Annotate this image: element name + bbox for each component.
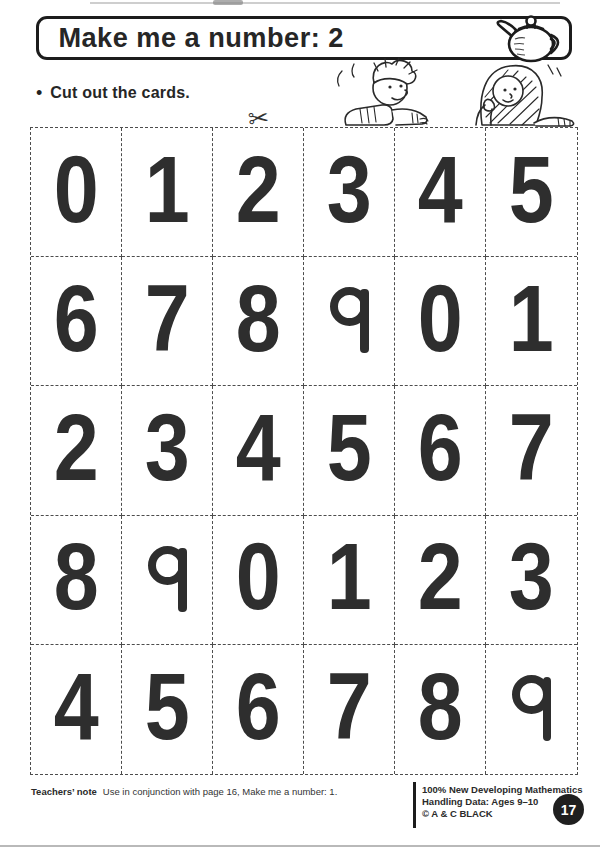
digit-glyph: 5 [509, 143, 554, 237]
digit-glyph: 0 [418, 272, 463, 366]
teachers-note-label: Teachers’ note [31, 786, 97, 797]
number-card-r5c6 [486, 645, 577, 774]
number-card-r3c5: 6 [395, 386, 486, 515]
title-bar: Make me a number: 2 [36, 16, 572, 60]
digit-glyph: 7 [509, 401, 554, 495]
number-card-r5c5: 8 [395, 645, 486, 774]
page-number-badge: 17 [553, 794, 584, 825]
imprint-divider-bar [413, 782, 416, 828]
digit-9-glyph [330, 287, 369, 353]
number-card-r3c2: 3 [122, 386, 213, 515]
number-card-r4c6: 3 [486, 516, 577, 645]
number-card-r3c6: 7 [486, 386, 577, 515]
children-illustration [286, 57, 582, 130]
imprint-series: 100% New Developing Mathematics [422, 784, 583, 796]
number-card-r1c1: 0 [31, 128, 122, 257]
worksheet-page: Make me a number: 2 • Cut out the cards.… [0, 0, 600, 850]
digit-glyph: 8 [236, 272, 281, 366]
digit-glyph: 7 [327, 660, 372, 754]
number-card-r2c6: 1 [486, 257, 577, 386]
number-card-r1c3: 2 [213, 128, 304, 257]
number-card-r1c5: 4 [395, 128, 486, 257]
number-card-r3c4: 5 [304, 386, 395, 515]
digit-glyph: 6 [418, 401, 463, 495]
digit-glyph: 0 [236, 530, 281, 624]
teachers-note: Teachers’ noteUse in conjunction with pa… [31, 786, 337, 797]
page-number: 17 [561, 802, 577, 818]
digit-glyph: 7 [145, 272, 190, 366]
digit-glyph: 4 [418, 143, 463, 237]
number-card-r4c3: 0 [213, 516, 304, 645]
digit-glyph: 0 [54, 143, 99, 237]
number-card-r4c1: 8 [31, 516, 122, 645]
number-card-r5c3: 6 [213, 645, 304, 774]
digit-glyph: 1 [327, 530, 372, 624]
digit-glyph: 2 [236, 143, 281, 237]
digit-glyph: 2 [418, 530, 463, 624]
number-card-r1c6: 5 [486, 128, 577, 257]
digit-glyph: 5 [145, 660, 190, 754]
digit-glyph: 6 [236, 660, 281, 754]
scan-artifact [90, 2, 560, 4]
page-title: Make me a number: 2 [39, 22, 344, 54]
number-card-r2c2: 7 [122, 257, 213, 386]
digit-glyph: 3 [327, 143, 372, 237]
digit-glyph: 3 [509, 530, 554, 624]
digit-glyph: 6 [54, 272, 99, 366]
bullet-dot: • [36, 84, 42, 102]
number-card-r3c3: 4 [213, 386, 304, 515]
instruction-text: Cut out the cards. [50, 84, 190, 102]
digit-glyph: 1 [509, 272, 554, 366]
number-card-r3c1: 2 [31, 386, 122, 515]
number-card-r5c2: 5 [122, 645, 213, 774]
number-card-r2c5: 0 [395, 257, 486, 386]
digit-glyph: 8 [54, 530, 99, 624]
number-card-r4c5: 2 [395, 516, 486, 645]
cards-grid: 012345678012345678012345678 [30, 127, 578, 775]
digit-glyph: 5 [327, 401, 372, 495]
instruction-row: • Cut out the cards. [36, 84, 190, 102]
number-card-r1c2: 1 [122, 128, 213, 257]
digit-9-glyph [512, 675, 551, 741]
scan-artifact [0, 845, 600, 847]
number-card-r2c1: 6 [31, 257, 122, 386]
number-card-r5c4: 7 [304, 645, 395, 774]
number-card-r2c4 [304, 257, 395, 386]
digit-glyph: 4 [54, 660, 99, 754]
number-card-r1c4: 3 [304, 128, 395, 257]
number-card-r5c1: 4 [31, 645, 122, 774]
digit-glyph: 8 [418, 660, 463, 754]
digit-glyph: 1 [145, 143, 190, 237]
number-card-r4c2 [122, 516, 213, 645]
teachers-note-text: Use in conjunction with page 16, Make me… [103, 786, 337, 797]
digit-glyph: 2 [54, 401, 99, 495]
number-card-r2c3: 8 [213, 257, 304, 386]
scan-artifact [213, 0, 243, 5]
digit-glyph: 4 [236, 401, 281, 495]
digit-9-glyph [148, 546, 187, 612]
number-card-r4c4: 1 [304, 516, 395, 645]
digit-glyph: 3 [145, 401, 190, 495]
